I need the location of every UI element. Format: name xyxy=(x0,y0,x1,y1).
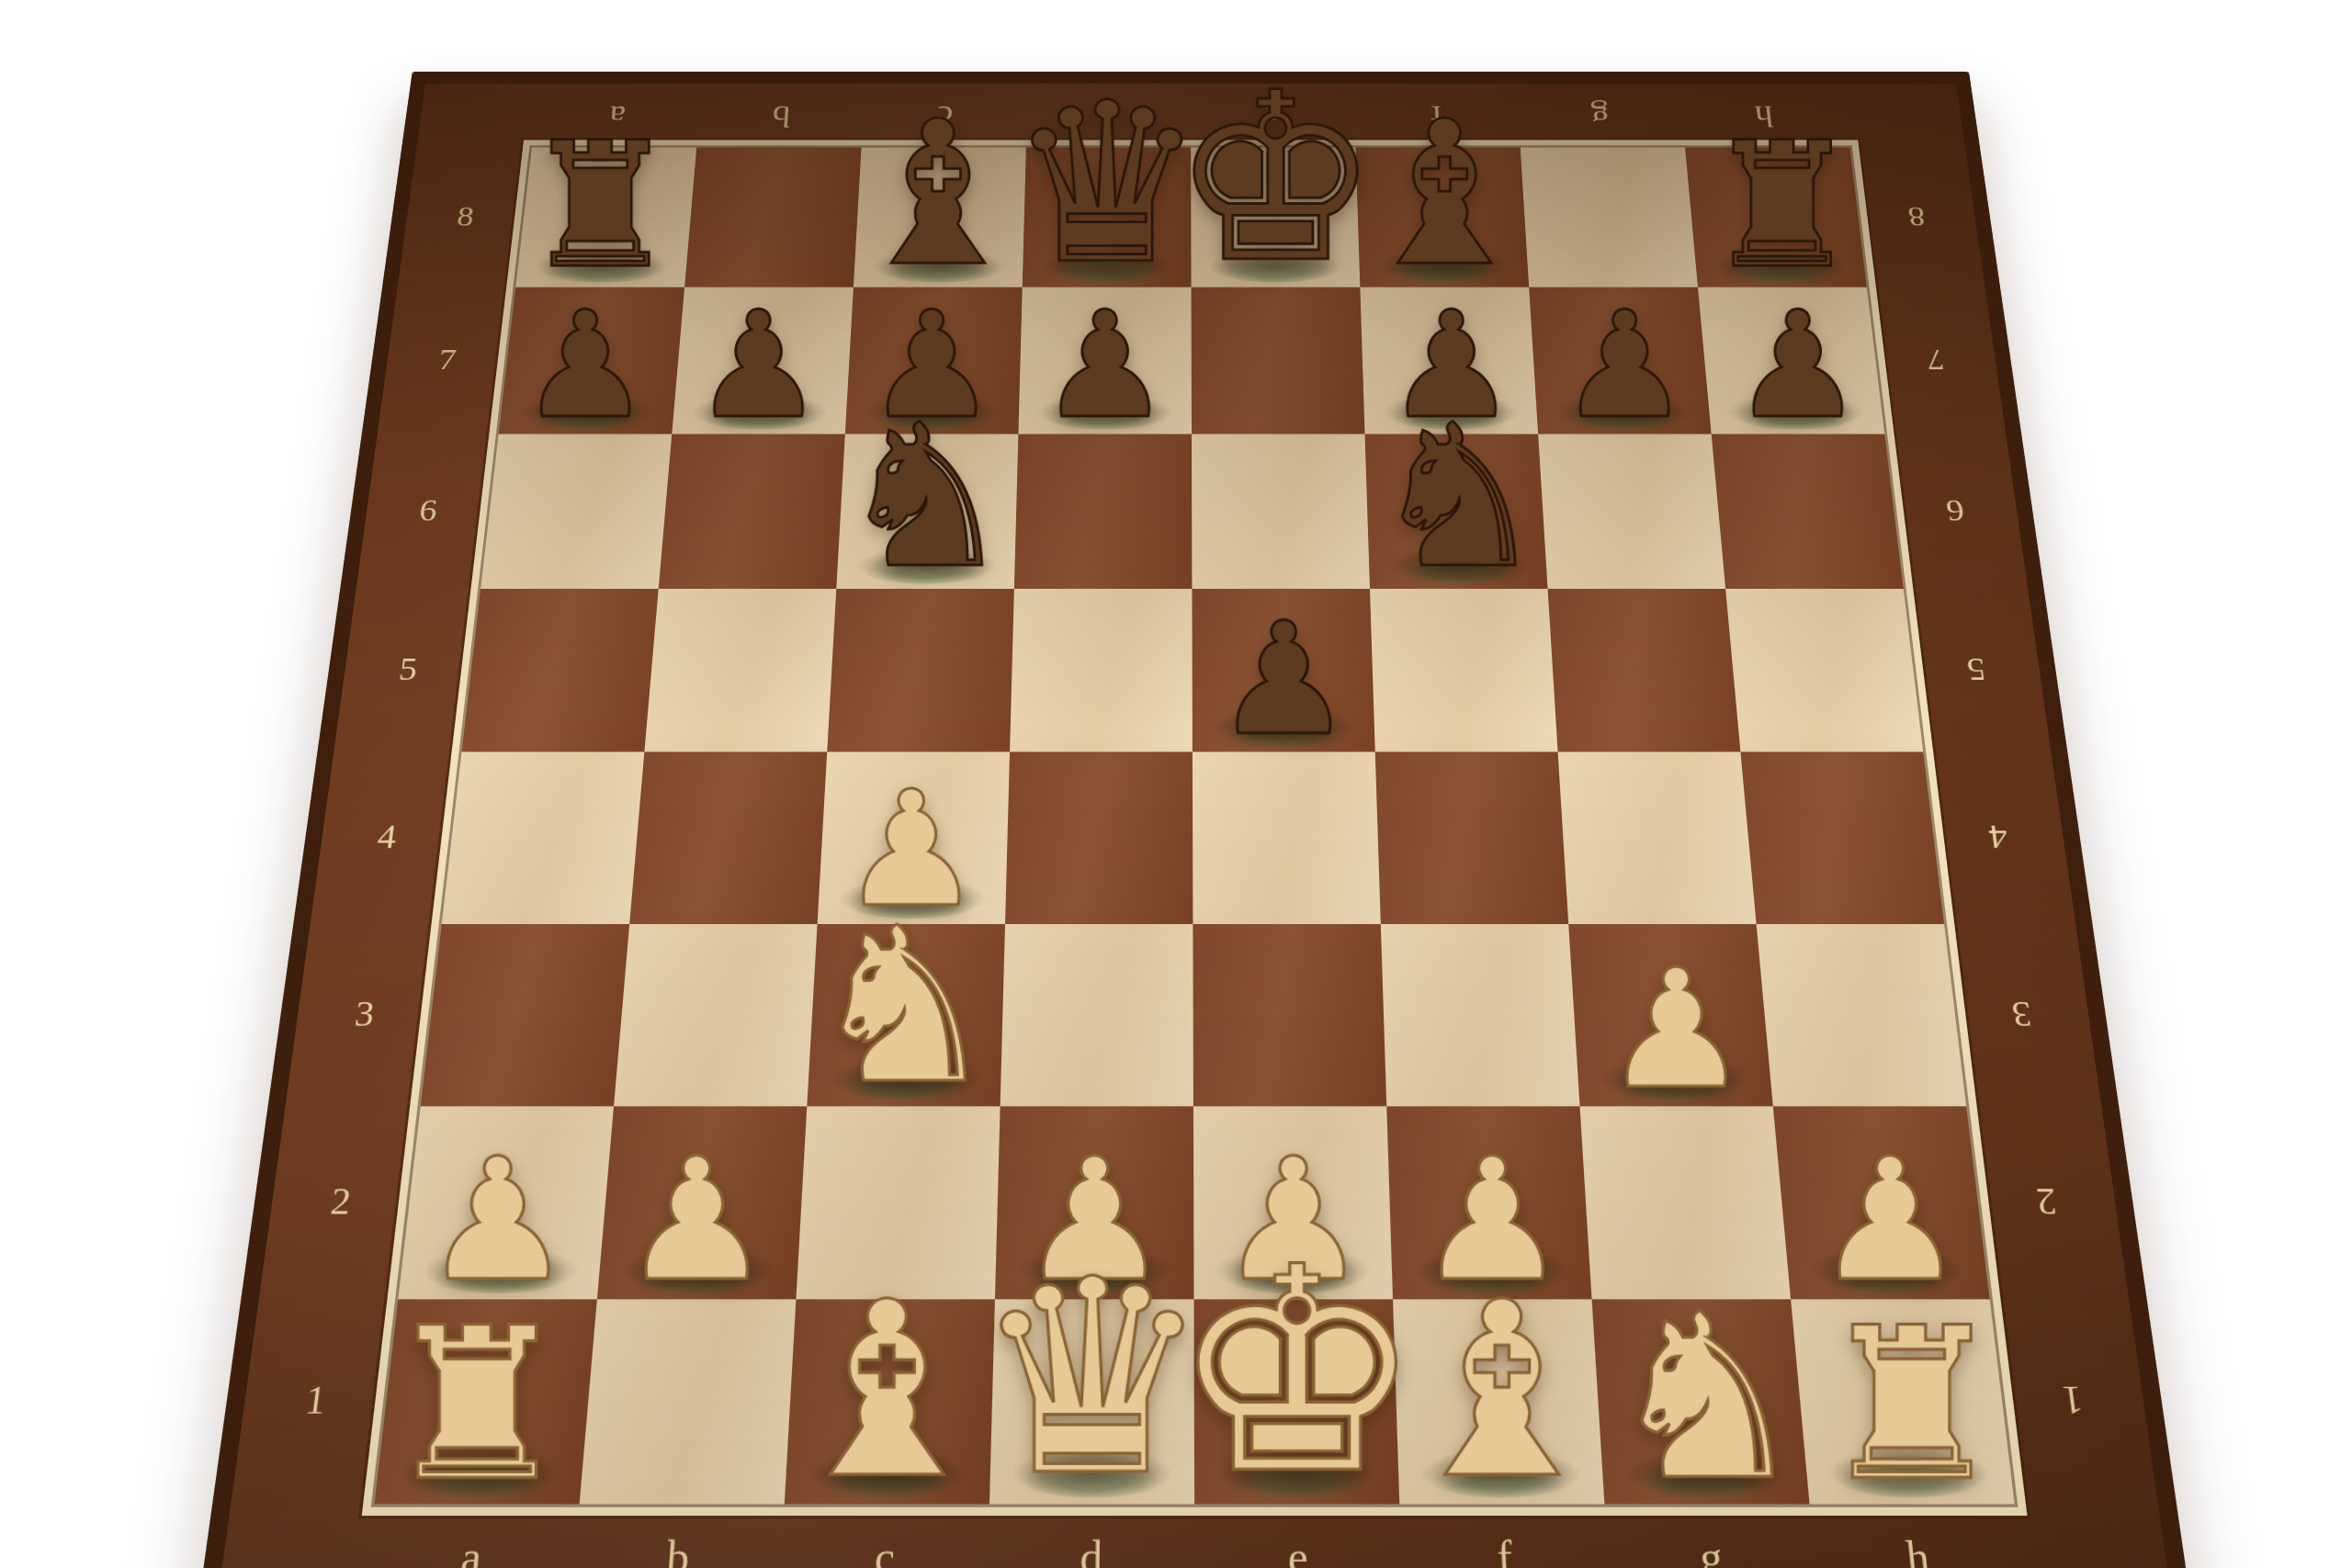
square-d1[interactable] xyxy=(989,1299,1194,1504)
square-e6[interactable] xyxy=(1192,434,1370,588)
left-rank-labels-8: 8 xyxy=(398,147,532,287)
square-f8[interactable] xyxy=(1355,147,1529,287)
square-g5[interactable] xyxy=(1548,588,1741,751)
square-a3[interactable] xyxy=(421,924,629,1106)
square-e8[interactable] xyxy=(1191,147,1360,287)
top-file-labels-g: g xyxy=(1517,96,1684,136)
square-d3[interactable] xyxy=(1001,924,1193,1106)
bottom-file-labels: abcdefgh xyxy=(365,1526,2026,1568)
chess-board: abcdefgh abcdefgh 87654321 87654321 ♜♝♛♚… xyxy=(182,71,2208,1568)
square-g2[interactable] xyxy=(1580,1106,1792,1299)
right-rank-labels-7: 7 xyxy=(1867,287,2006,434)
square-c3[interactable] xyxy=(807,924,1005,1106)
square-h8[interactable] xyxy=(1685,147,1867,287)
square-h2[interactable] xyxy=(1773,1106,1990,1299)
square-e5[interactable] xyxy=(1192,588,1374,751)
square-f4[interactable] xyxy=(1375,751,1568,924)
square-f5[interactable] xyxy=(1370,588,1558,751)
square-b5[interactable] xyxy=(644,588,836,751)
square-c6[interactable] xyxy=(836,434,1018,588)
square-c4[interactable] xyxy=(818,751,1010,924)
bottom-file-labels-a: a xyxy=(365,1526,578,1568)
bottom-file-labels-d: d xyxy=(987,1526,1194,1568)
right-rank-labels-5: 5 xyxy=(1904,588,2052,751)
left-rank-labels-5: 5 xyxy=(334,588,481,751)
top-file-labels-b: b xyxy=(697,96,864,136)
square-d7[interactable] xyxy=(1018,287,1192,434)
square-f1[interactable] xyxy=(1393,1299,1604,1504)
square-h1[interactable] xyxy=(1791,1299,2015,1504)
bottom-file-labels-g: g xyxy=(1606,1526,1817,1568)
square-c7[interactable] xyxy=(845,287,1023,434)
square-f3[interactable] xyxy=(1381,924,1580,1106)
top-file-labels-a: a xyxy=(533,96,701,136)
square-e1[interactable] xyxy=(1193,1299,1399,1504)
top-file-labels-d: d xyxy=(1026,96,1191,136)
bottom-file-labels-b: b xyxy=(571,1526,783,1568)
square-b8[interactable] xyxy=(684,147,861,287)
left-rank-labels-7: 7 xyxy=(378,287,516,434)
square-h4[interactable] xyxy=(1740,751,1944,924)
right-rank-labels-8: 8 xyxy=(1849,147,1984,287)
left-rank-labels-1: 1 xyxy=(231,1299,398,1504)
square-h5[interactable] xyxy=(1725,588,1923,751)
square-h3[interactable] xyxy=(1757,924,1966,1106)
square-c8[interactable] xyxy=(854,147,1026,287)
left-rank-labels-4: 4 xyxy=(311,751,462,924)
square-e3[interactable] xyxy=(1193,924,1386,1106)
square-a2[interactable] xyxy=(398,1106,614,1299)
square-a1[interactable] xyxy=(374,1299,596,1504)
square-c1[interactable] xyxy=(785,1299,995,1504)
square-a4[interactable] xyxy=(442,751,645,924)
left-rank-labels-6: 6 xyxy=(356,434,499,588)
square-e2[interactable] xyxy=(1193,1106,1393,1299)
square-f6[interactable] xyxy=(1365,434,1548,588)
top-file-labels-c: c xyxy=(862,96,1027,136)
square-f2[interactable] xyxy=(1386,1106,1591,1299)
square-d5[interactable] xyxy=(1010,588,1193,751)
right-rank-labels-1: 1 xyxy=(1990,1299,2158,1504)
square-d6[interactable] xyxy=(1014,434,1193,588)
square-h6[interactable] xyxy=(1712,434,1904,588)
square-e4[interactable] xyxy=(1193,751,1381,924)
square-g4[interactable] xyxy=(1558,751,1757,924)
square-a7[interactable] xyxy=(499,287,684,434)
square-b2[interactable] xyxy=(597,1106,807,1299)
right-rank-labels-3: 3 xyxy=(1944,924,2101,1106)
square-b1[interactable] xyxy=(580,1299,797,1504)
bottom-file-labels-f: f xyxy=(1400,1526,1610,1568)
squares-layer xyxy=(374,147,2014,1504)
square-b6[interactable] xyxy=(659,434,845,588)
top-file-labels: abcdefgh xyxy=(533,96,1848,136)
right-rank-labels-4: 4 xyxy=(1923,751,2075,924)
square-c2[interactable] xyxy=(796,1106,1000,1299)
square-e7[interactable] xyxy=(1192,287,1365,434)
square-b7[interactable] xyxy=(672,287,854,434)
square-g1[interactable] xyxy=(1592,1299,1810,1504)
square-a6[interactable] xyxy=(481,434,672,588)
square-b3[interactable] xyxy=(614,924,818,1106)
top-file-labels-f: f xyxy=(1354,96,1520,136)
square-d8[interactable] xyxy=(1023,147,1192,287)
bottom-file-labels-c: c xyxy=(779,1526,989,1568)
left-rank-labels-2: 2 xyxy=(259,1106,421,1299)
square-b4[interactable] xyxy=(629,751,827,924)
square-h7[interactable] xyxy=(1698,287,1884,434)
square-g8[interactable] xyxy=(1521,147,1698,287)
square-d4[interactable] xyxy=(1005,751,1193,924)
board-photo-scene: abcdefgh abcdefgh 87654321 87654321 ♜♝♛♚… xyxy=(0,0,2352,1568)
square-g7[interactable] xyxy=(1529,287,1711,434)
top-file-labels-h: h xyxy=(1680,96,1849,136)
bottom-file-labels-e: e xyxy=(1194,1526,1402,1568)
right-rank-labels-2: 2 xyxy=(1966,1106,2129,1299)
left-rank-labels-3: 3 xyxy=(286,924,442,1106)
square-f7[interactable] xyxy=(1360,287,1538,434)
square-g6[interactable] xyxy=(1538,434,1725,588)
square-g3[interactable] xyxy=(1568,924,1773,1106)
square-a8[interactable] xyxy=(515,147,696,287)
top-file-labels-e: e xyxy=(1191,96,1355,136)
bottom-file-labels-h: h xyxy=(1812,1526,2025,1568)
right-rank-labels-6: 6 xyxy=(1884,434,2028,588)
square-a5[interactable] xyxy=(462,588,659,751)
square-c5[interactable] xyxy=(827,588,1014,751)
square-d2[interactable] xyxy=(995,1106,1194,1299)
